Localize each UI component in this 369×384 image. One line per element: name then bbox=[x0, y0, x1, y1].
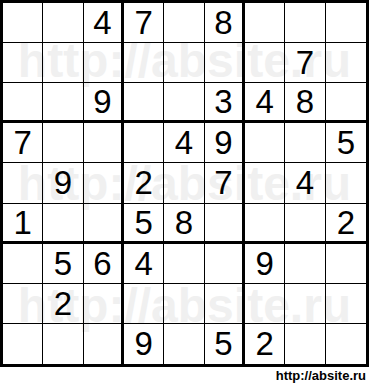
cell-r3c6[interactable]: 3 bbox=[205, 83, 245, 123]
cell-r3c2[interactable] bbox=[43, 83, 83, 123]
cell-r6c1[interactable]: 1 bbox=[3, 204, 43, 244]
cell-r1c2[interactable] bbox=[43, 3, 83, 43]
cell-r6c9[interactable]: 2 bbox=[326, 204, 366, 244]
cell-r2c4[interactable] bbox=[124, 43, 164, 83]
cell-r2c6[interactable] bbox=[205, 43, 245, 83]
cell-r1c3[interactable]: 4 bbox=[84, 3, 124, 43]
cell-r4c5[interactable]: 4 bbox=[164, 123, 204, 163]
cell-r8c9[interactable] bbox=[326, 284, 366, 324]
cell-r7c2[interactable]: 5 bbox=[43, 244, 83, 284]
cell-r9c6[interactable]: 5 bbox=[205, 324, 245, 364]
cell-r6c3[interactable] bbox=[84, 204, 124, 244]
cell-r5c1[interactable] bbox=[3, 163, 43, 203]
cell-r6c4[interactable]: 5 bbox=[124, 204, 164, 244]
cell-r2c7[interactable] bbox=[245, 43, 285, 83]
cell-r9c7[interactable]: 2 bbox=[245, 324, 285, 364]
cell-r7c4[interactable]: 4 bbox=[124, 244, 164, 284]
cell-r4c4[interactable] bbox=[124, 123, 164, 163]
cell-r4c2[interactable] bbox=[43, 123, 83, 163]
cell-r1c6[interactable]: 8 bbox=[205, 3, 245, 43]
cell-r7c6[interactable] bbox=[205, 244, 245, 284]
cell-r7c8[interactable] bbox=[285, 244, 325, 284]
cell-r6c5[interactable]: 8 bbox=[164, 204, 204, 244]
cell-r2c3[interactable] bbox=[84, 43, 124, 83]
cell-r4c6[interactable]: 9 bbox=[205, 123, 245, 163]
cell-r9c3[interactable] bbox=[84, 324, 124, 364]
cell-r3c4[interactable] bbox=[124, 83, 164, 123]
cell-r3c5[interactable] bbox=[164, 83, 204, 123]
cell-r1c5[interactable] bbox=[164, 3, 204, 43]
cell-r7c1[interactable] bbox=[3, 244, 43, 284]
cell-r5c3[interactable] bbox=[84, 163, 124, 203]
cell-r4c9[interactable]: 5 bbox=[326, 123, 366, 163]
cell-r9c9[interactable] bbox=[326, 324, 366, 364]
cell-r6c7[interactable] bbox=[245, 204, 285, 244]
cell-r2c1[interactable] bbox=[3, 43, 43, 83]
cell-r1c8[interactable] bbox=[285, 3, 325, 43]
cell-r1c7[interactable] bbox=[245, 3, 285, 43]
cell-r8c1[interactable] bbox=[3, 284, 43, 324]
cell-r3c7[interactable]: 4 bbox=[245, 83, 285, 123]
cell-r9c5[interactable] bbox=[164, 324, 204, 364]
sudoku-grid: 4787934874959274158256492952 bbox=[0, 0, 369, 367]
cell-r6c8[interactable] bbox=[285, 204, 325, 244]
cell-r1c9[interactable] bbox=[326, 3, 366, 43]
cell-r7c7[interactable]: 9 bbox=[245, 244, 285, 284]
cell-r5c4[interactable]: 2 bbox=[124, 163, 164, 203]
cell-r5c7[interactable] bbox=[245, 163, 285, 203]
cell-r4c1[interactable]: 7 bbox=[3, 123, 43, 163]
cell-r3c1[interactable] bbox=[3, 83, 43, 123]
cell-r2c9[interactable] bbox=[326, 43, 366, 83]
cell-r8c5[interactable] bbox=[164, 284, 204, 324]
cell-r8c8[interactable] bbox=[285, 284, 325, 324]
sudoku-board: http://absite.ru http://absite.ru http:/… bbox=[0, 0, 369, 367]
cell-r8c7[interactable] bbox=[245, 284, 285, 324]
cell-r8c3[interactable] bbox=[84, 284, 124, 324]
cell-r3c3[interactable]: 9 bbox=[84, 83, 124, 123]
cell-r5c8[interactable]: 4 bbox=[285, 163, 325, 203]
cell-r8c4[interactable] bbox=[124, 284, 164, 324]
cell-r7c5[interactable] bbox=[164, 244, 204, 284]
cell-r5c2[interactable]: 9 bbox=[43, 163, 83, 203]
cell-r9c8[interactable] bbox=[285, 324, 325, 364]
cell-r4c8[interactable] bbox=[285, 123, 325, 163]
cell-r9c2[interactable] bbox=[43, 324, 83, 364]
cell-r2c5[interactable] bbox=[164, 43, 204, 83]
cell-r3c8[interactable]: 8 bbox=[285, 83, 325, 123]
sudoku-page: { "game": "sudoku", "position": "..47.8.… bbox=[0, 0, 369, 384]
cell-r1c4[interactable]: 7 bbox=[124, 3, 164, 43]
cell-r4c7[interactable] bbox=[245, 123, 285, 163]
cell-r9c1[interactable] bbox=[3, 324, 43, 364]
footer-url: http://absite.ru bbox=[276, 368, 366, 383]
cell-r8c6[interactable] bbox=[205, 284, 245, 324]
cell-r3c9[interactable] bbox=[326, 83, 366, 123]
cell-r9c4[interactable]: 9 bbox=[124, 324, 164, 364]
cell-r2c2[interactable] bbox=[43, 43, 83, 83]
cell-r7c9[interactable] bbox=[326, 244, 366, 284]
footer: http://absite.ru bbox=[0, 367, 369, 384]
cell-r4c3[interactable] bbox=[84, 123, 124, 163]
cell-r2c8[interactable]: 7 bbox=[285, 43, 325, 83]
cell-r1c1[interactable] bbox=[3, 3, 43, 43]
cell-r5c9[interactable] bbox=[326, 163, 366, 203]
cell-r6c6[interactable] bbox=[205, 204, 245, 244]
cell-r5c5[interactable] bbox=[164, 163, 204, 203]
cell-r7c3[interactable]: 6 bbox=[84, 244, 124, 284]
cell-r8c2[interactable]: 2 bbox=[43, 284, 83, 324]
cell-r5c6[interactable]: 7 bbox=[205, 163, 245, 203]
cell-r6c2[interactable] bbox=[43, 204, 83, 244]
